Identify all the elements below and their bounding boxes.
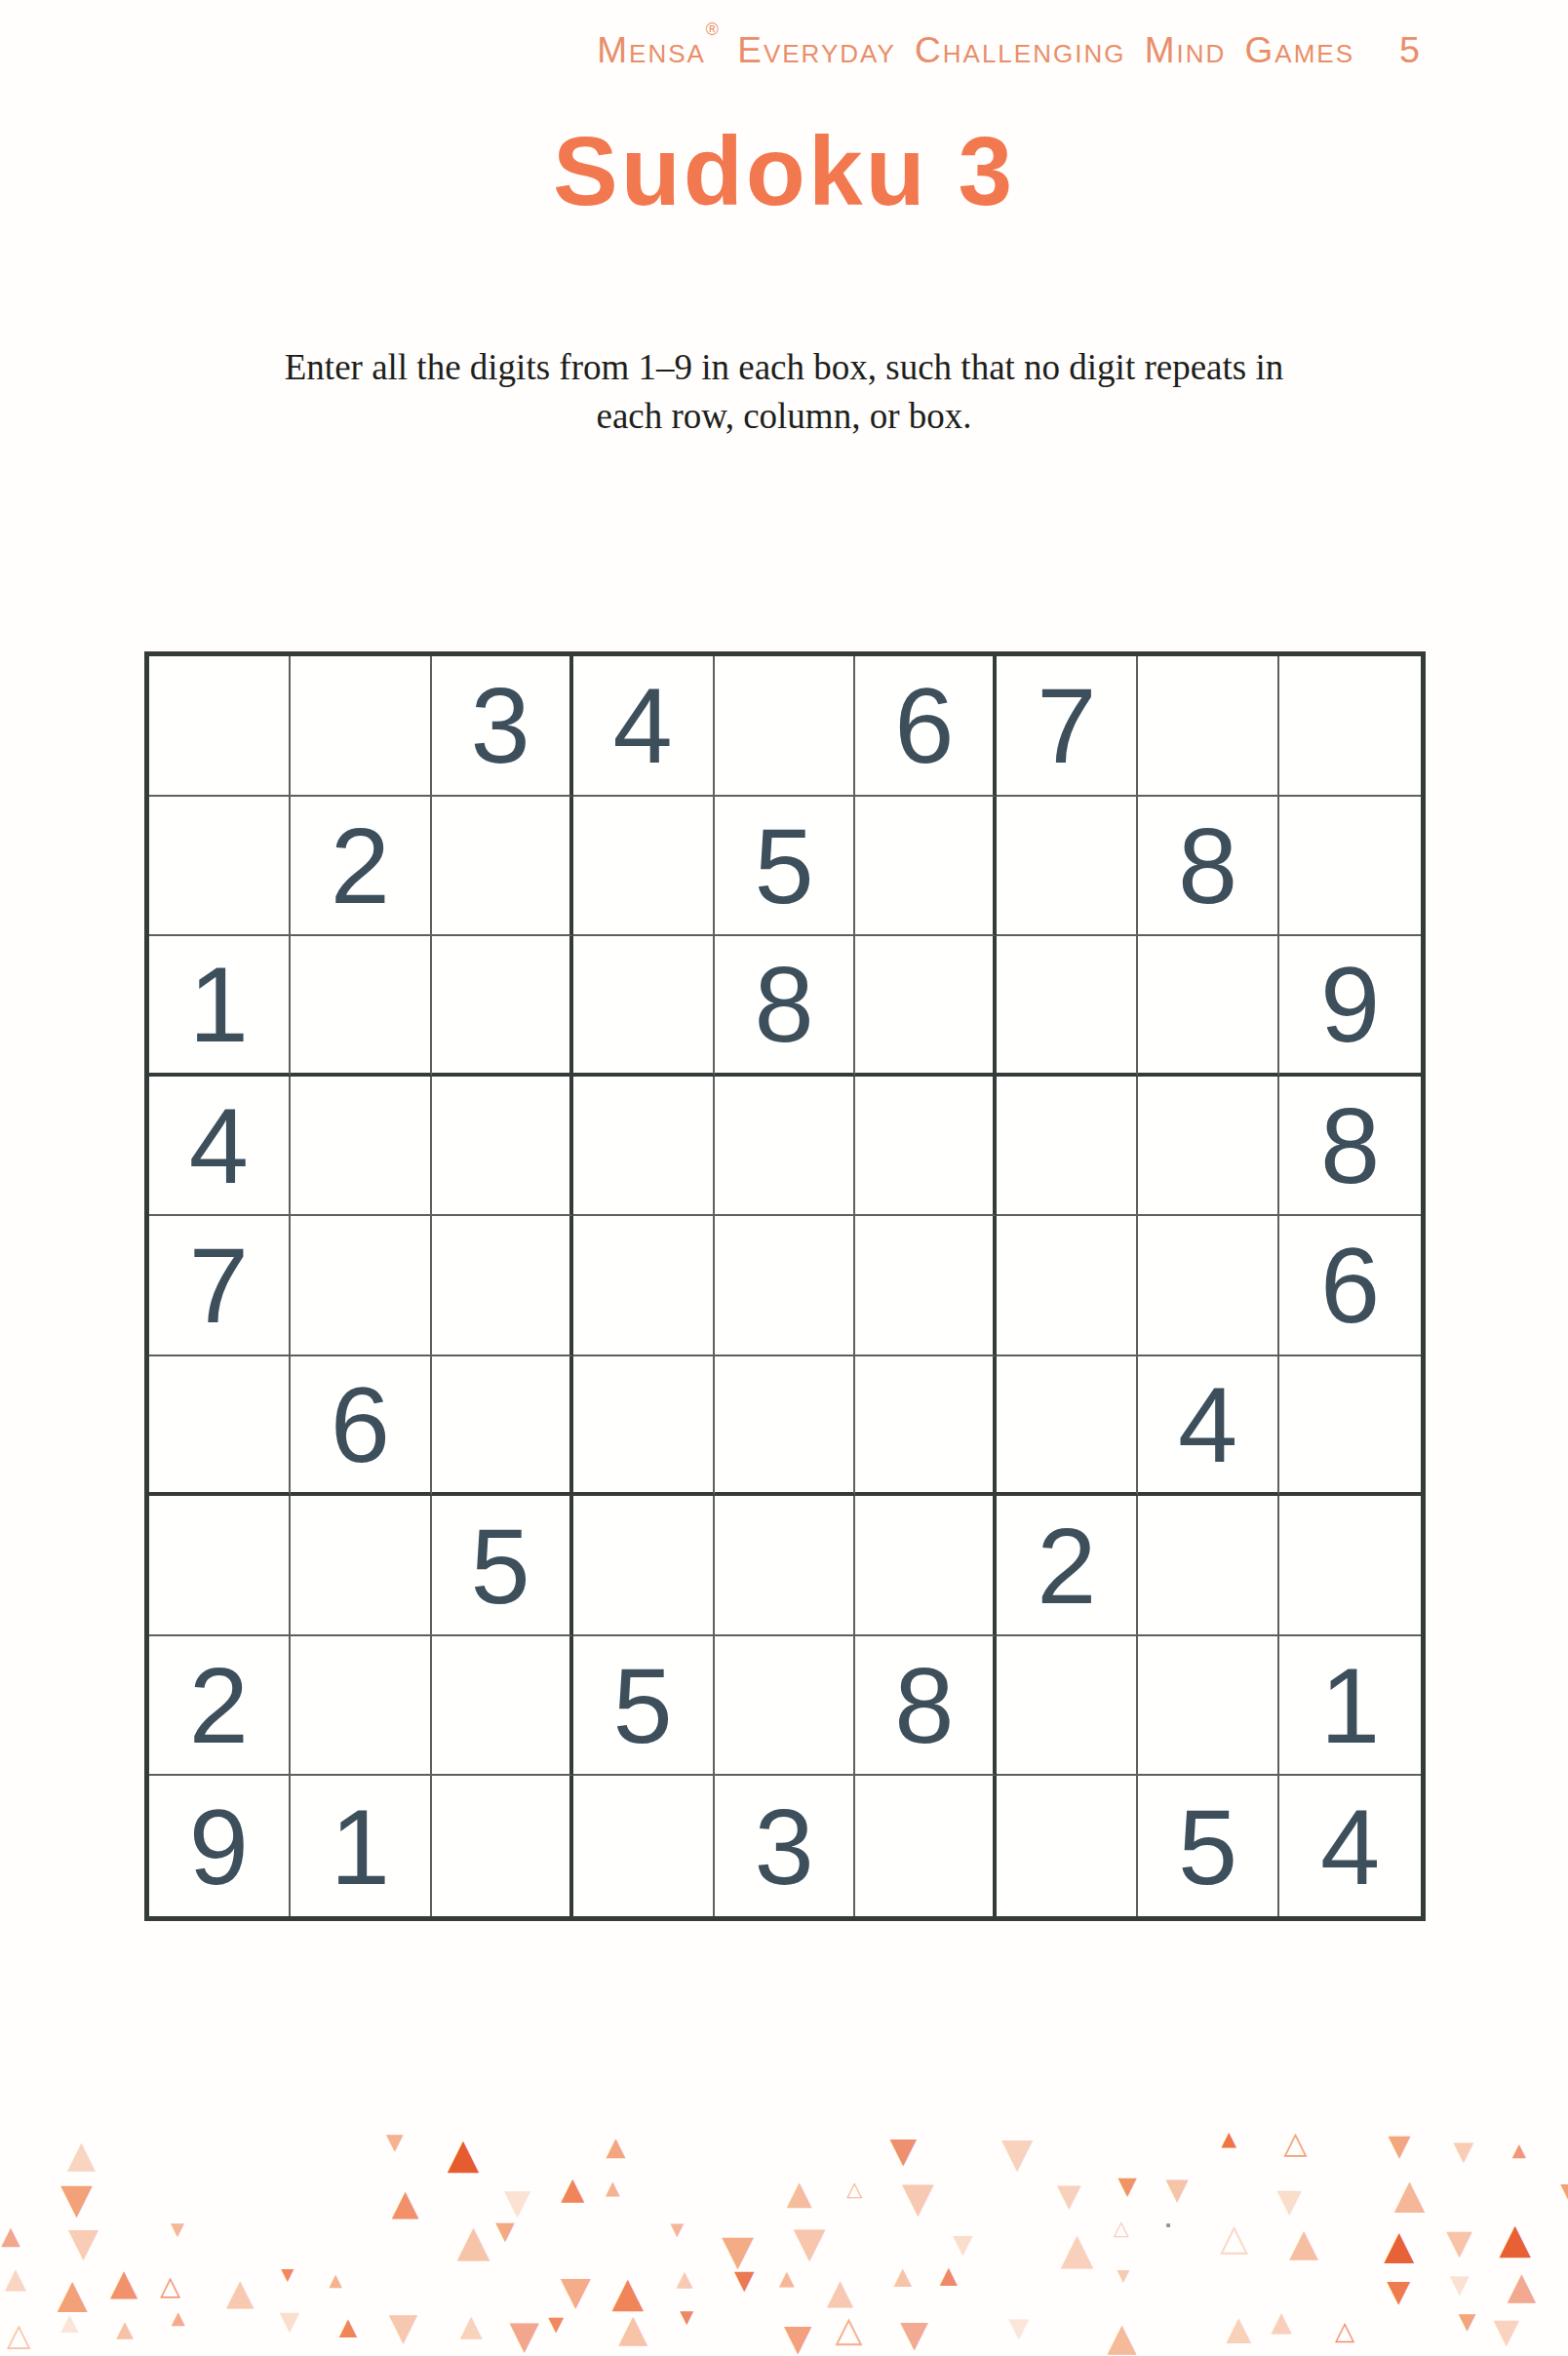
sudoku-board: 346725818948766452258191354: [144, 651, 1426, 1921]
triangle-ornament-icon: ▼: [510, 2316, 539, 2355]
triangle-ornament-icon: ▼: [902, 2177, 934, 2219]
sudoku-cell-r3c1: 1: [149, 936, 291, 1077]
sudoku-cell-r8c8[interactable]: [1138, 1636, 1279, 1777]
triangle-ornament-icon: ▲: [606, 2134, 625, 2159]
sudoku-cell-r2c2: 2: [291, 797, 432, 937]
triangle-ornament-icon: ▼: [784, 2320, 812, 2356]
triangle-ornament-icon: ▼: [1276, 2184, 1302, 2217]
sudoku-cell-r1c2[interactable]: [291, 656, 432, 797]
sudoku-cell-r7c9[interactable]: [1279, 1496, 1421, 1636]
triangle-ornament-icon: ▼: [68, 2222, 98, 2262]
triangle-ornament-icon: ▲: [1271, 2308, 1291, 2336]
sudoku-cell-r8c1: 2: [149, 1636, 291, 1777]
triangle-ornament-icon: ▼: [734, 2267, 755, 2294]
triangle-ornament-icon: ▼: [953, 2231, 972, 2258]
sudoku-cell-r8c2[interactable]: [291, 1636, 432, 1777]
triangle-ornament-icon: ▼: [280, 2308, 300, 2335]
triangle-ornament-icon: ▼: [670, 2220, 684, 2238]
triangle-ornament-icon: ▼: [281, 2266, 294, 2283]
triangle-ornament-icon: ▲: [1108, 2318, 1137, 2356]
triangle-ornament-icon: ▲: [1512, 2141, 1526, 2160]
sudoku-cell-r5c6[interactable]: [855, 1216, 997, 1356]
triangle-ornament-icon: ▲: [392, 2185, 419, 2220]
sudoku-cell-r3c2[interactable]: [291, 936, 432, 1077]
sudoku-cell-r4c8[interactable]: [1138, 1077, 1279, 1217]
triangle-ornament-icon: ▲: [779, 2268, 795, 2289]
registered-mark-icon: ®: [706, 20, 719, 39]
triangle-ornament-icon: ▼: [171, 2220, 184, 2238]
triangle-ornament-icon: ▼: [1001, 2133, 1033, 2174]
sudoku-cell-r2c6[interactable]: [855, 797, 997, 937]
triangle-ornament-icon: ▼: [1165, 2175, 1188, 2204]
triangle-ornament-icon: ▲: [172, 2309, 185, 2327]
triangle-ornament-icon: ▲: [226, 2274, 255, 2310]
sudoku-cell-r3c6[interactable]: [855, 936, 997, 1077]
triangle-ornament-icon: ▼: [889, 2133, 917, 2168]
sudoku-cell-r1c7: 7: [997, 656, 1138, 797]
instructions-line-2: each row, column, or box.: [0, 392, 1568, 441]
triangle-ornament-icon: ▲: [460, 2311, 483, 2340]
triangle-ornament-icon: ▪: [1165, 2221, 1170, 2228]
triangle-ornament-icon: △: [1283, 2128, 1307, 2158]
triangle-ornament-icon: ▼: [1446, 2225, 1472, 2259]
triangle-ornament-icon: ▲: [67, 2137, 96, 2174]
triangle-ornament-icon: ▲: [1227, 2312, 1252, 2344]
sudoku-cell-r9c3[interactable]: [432, 1776, 573, 1916]
triangle-ornament-icon: ▲: [827, 2274, 853, 2309]
triangle-ornament-icon: ▼: [794, 2221, 826, 2263]
sudoku-cell-r8c7[interactable]: [997, 1636, 1138, 1777]
triangle-ornament-icon: ▲: [1289, 2224, 1318, 2262]
sudoku-cell-r5c7[interactable]: [997, 1216, 1138, 1356]
sudoku-cell-r4c5[interactable]: [715, 1077, 856, 1217]
sudoku-cell-r9c6[interactable]: [855, 1776, 997, 1916]
triangle-ornament-icon: ▼: [504, 2184, 530, 2219]
triangle-ornament-icon: ▼: [495, 2219, 515, 2243]
triangle-ornament-icon: ▲: [1508, 2267, 1537, 2304]
sudoku-cell-r8c6: 8: [855, 1636, 997, 1777]
triangle-ornament-icon: ▲: [940, 2264, 958, 2288]
sudoku-cell-r7c4[interactable]: [573, 1496, 715, 1636]
sudoku-cell-r4c2[interactable]: [291, 1077, 432, 1217]
triangle-ornament-icon: △: [160, 2272, 180, 2298]
sudoku-cell-r6c2: 6: [291, 1356, 432, 1497]
triangle-ornament-icon: ▲: [457, 2219, 490, 2262]
sudoku-cell-r6c7[interactable]: [997, 1356, 1138, 1497]
sudoku-cell-r3c5: 8: [715, 936, 856, 1077]
sudoku-cell-r2c3[interactable]: [432, 797, 573, 937]
triangle-ornament-icon: ▲: [1, 2223, 20, 2248]
sudoku-cell-r9c5: 3: [715, 1776, 856, 1916]
sudoku-cell-r9c9: 4: [1279, 1776, 1421, 1916]
triangle-ornament-icon: ▲: [1222, 2129, 1237, 2148]
triangle-ornament-icon: ▼: [1459, 2310, 1476, 2333]
sudoku-cell-r9c7[interactable]: [997, 1776, 1138, 1916]
triangle-ornament-icon: ▲: [894, 2264, 913, 2288]
sudoku-cell-r4c3[interactable]: [432, 1077, 573, 1217]
sudoku-cell-r2c9[interactable]: [1279, 797, 1421, 937]
triangle-ornament-icon: △: [1220, 2219, 1248, 2256]
triangle-ornament-icon: ▲: [1499, 2219, 1531, 2259]
triangle-ornament-icon: ▼: [386, 2131, 404, 2153]
sudoku-cell-r7c3: 5: [432, 1496, 573, 1636]
triangle-ornament-icon: ▲: [5, 2264, 26, 2293]
sudoku-cell-r6c5[interactable]: [715, 1356, 856, 1497]
triangle-ornament-icon: ▲: [787, 2177, 812, 2210]
triangle-ornament-icon: ▼: [1494, 2314, 1520, 2348]
triangle-ornament-icon: ▼: [548, 2314, 564, 2335]
book-page: Mensa® Everyday Challenging Mind Games5 …: [0, 0, 1568, 2356]
triangle-ornament-icon: ▼: [60, 2179, 93, 2220]
triangle-ornament-icon: ▼: [680, 2308, 693, 2326]
sudoku-cell-r6c9[interactable]: [1279, 1356, 1421, 1497]
sudoku-cell-r3c3[interactable]: [432, 936, 573, 1077]
sudoku-cell-r6c6[interactable]: [855, 1356, 997, 1497]
triangle-ornament-icon: ▲: [618, 2309, 647, 2347]
page-header: Mensa® Everyday Challenging Mind Games5: [597, 20, 1420, 71]
sudoku-cell-r5c9: 6: [1279, 1216, 1421, 1356]
triangle-ornament-icon: ▲: [1061, 2227, 1094, 2270]
sudoku-cell-r4c4[interactable]: [573, 1077, 715, 1217]
triangle-ornament-icon: ▼: [900, 2316, 928, 2352]
triangle-ornament-icon: ▲: [116, 2318, 134, 2340]
triangle-ornament-icon: △: [836, 2312, 863, 2347]
sudoku-cell-r1c9[interactable]: [1279, 656, 1421, 797]
sudoku-cell-r1c4: 4: [573, 656, 715, 797]
instructions-line-1: Enter all the digits from 1–9 in each bo…: [0, 343, 1568, 392]
triangle-ornament-icon: ▲: [1394, 2175, 1426, 2215]
sudoku-cell-r2c5: 5: [715, 797, 856, 937]
sudoku-cell-r5c5[interactable]: [715, 1216, 856, 1356]
triangle-ornament-icon: ▼: [1057, 2179, 1081, 2211]
triangle-ornament-icon: ▲: [339, 2315, 358, 2338]
sudoku-cell-r9c1: 9: [149, 1776, 291, 1916]
sudoku-cell-r8c4: 5: [573, 1636, 715, 1777]
sudoku-cell-r4c9: 8: [1279, 1077, 1421, 1217]
sudoku-cell-r9c8: 5: [1138, 1776, 1279, 1916]
sudoku-cell-r5c2[interactable]: [291, 1216, 432, 1356]
sudoku-cell-r6c1[interactable]: [149, 1356, 291, 1497]
triangle-ornament-icon: ▼: [1387, 2276, 1410, 2306]
triangle-ornament-icon: ▲: [1384, 2225, 1414, 2264]
sudoku-cell-r3c7[interactable]: [997, 936, 1138, 1077]
header-brand: Mensa: [597, 30, 706, 70]
sudoku-cell-r1c5[interactable]: [715, 656, 856, 797]
triangle-ornament-icon: ▼: [1453, 2138, 1473, 2164]
sudoku-cell-r7c1[interactable]: [149, 1496, 291, 1636]
triangle-ornament-icon: ▼: [389, 2308, 418, 2346]
sudoku-cell-r8c5[interactable]: [715, 1636, 856, 1777]
sudoku-cell-r1c8[interactable]: [1138, 656, 1279, 797]
triangle-ornament-icon: ▼: [1118, 2174, 1137, 2198]
triangle-ornament-icon: △: [7, 2319, 31, 2350]
sudoku-cell-r2c8: 8: [1138, 797, 1279, 937]
triangle-ornament-icon: ▼: [1008, 2314, 1029, 2340]
sudoku-cell-r1c3: 3: [432, 656, 573, 797]
sudoku-cell-r1c1[interactable]: [149, 656, 291, 797]
sudoku-cell-r1c6: 6: [855, 656, 997, 797]
triangle-ornament-icon: ▲: [676, 2267, 692, 2289]
sudoku-cell-r7c6[interactable]: [855, 1496, 997, 1636]
sudoku-cell-r5c3[interactable]: [432, 1216, 573, 1356]
sudoku-cell-r5c8[interactable]: [1138, 1216, 1279, 1356]
puzzle-instructions: Enter all the digits from 1–9 in each bo…: [0, 343, 1568, 441]
triangle-ornament-icon: ▼: [1388, 2131, 1410, 2160]
sudoku-cell-r3c8[interactable]: [1138, 936, 1279, 1077]
triangle-ornament-icon: ▼: [561, 2271, 591, 2311]
sudoku-cell-r2c4[interactable]: [573, 797, 715, 937]
sudoku-cell-r9c2: 1: [291, 1776, 432, 1916]
triangle-ornament-icon: ▲: [561, 2174, 584, 2204]
sudoku-cell-r6c3[interactable]: [432, 1356, 573, 1497]
triangle-ornament-icon: △: [1114, 2219, 1129, 2239]
sudoku-cell-r6c8: 4: [1138, 1356, 1279, 1497]
triangle-ornament-icon: ▲: [448, 2134, 480, 2175]
puzzle-title: Sudoku 3: [0, 115, 1568, 227]
sudoku-cell-r8c3[interactable]: [432, 1636, 573, 1777]
sudoku-cell-r7c5[interactable]: [715, 1496, 856, 1636]
triangle-ornament-icon: △: [1335, 2318, 1354, 2343]
triangle-decoration: ▲▼▲▲▼▼▲△▼▼▲▼▲▼▲▲▲△▼▼▼▼▼▲▼▲▼▼▲▼▼▼▼▼▲△▪△▲▲…: [0, 2127, 1568, 2356]
sudoku-cell-r7c8[interactable]: [1138, 1496, 1279, 1636]
triangle-ornament-icon: ▲: [329, 2272, 341, 2289]
sudoku-cell-r7c7: 2: [997, 1496, 1138, 1636]
sudoku-cell-r6c4[interactable]: [573, 1356, 715, 1497]
sudoku-cell-r2c7[interactable]: [997, 797, 1138, 937]
header-series: Everyday Challenging Mind Games: [737, 30, 1354, 70]
sudoku-cell-r9c4[interactable]: [573, 1776, 715, 1916]
triangle-ornament-icon: ▲: [61, 2311, 79, 2334]
triangle-ornament-icon: △: [846, 2179, 862, 2200]
triangle-ornament-icon: ▼: [1450, 2272, 1470, 2297]
triangle-ornament-icon: ▲: [110, 2265, 137, 2301]
sudoku-cell-r4c1: 4: [149, 1077, 291, 1217]
sudoku-cell-r4c7[interactable]: [997, 1077, 1138, 1217]
triangle-ornament-icon: ▼: [1560, 2178, 1568, 2211]
sudoku-cell-r4c6[interactable]: [855, 1077, 997, 1217]
triangle-ornament-icon: ▼: [1117, 2267, 1130, 2284]
sudoku-cell-r5c4[interactable]: [573, 1216, 715, 1356]
sudoku-cell-r5c1: 7: [149, 1216, 291, 1356]
sudoku-cell-r8c9: 1: [1279, 1636, 1421, 1777]
sudoku-cell-r3c9: 9: [1279, 936, 1421, 1077]
sudoku-cell-r3c4[interactable]: [573, 936, 715, 1077]
triangle-ornament-icon: ▲: [606, 2179, 620, 2197]
sudoku-cell-r2c1[interactable]: [149, 797, 291, 937]
sudoku-cell-r7c2[interactable]: [291, 1496, 432, 1636]
page-number: 5: [1399, 29, 1420, 70]
